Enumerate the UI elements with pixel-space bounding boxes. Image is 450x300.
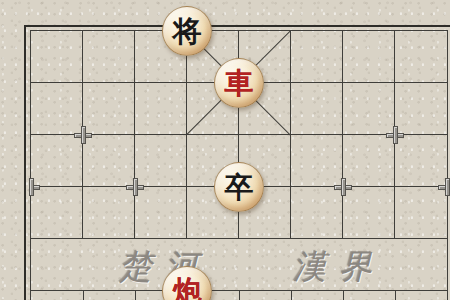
grid-cell [135,83,187,135]
star-point-marker [438,178,450,196]
xiangqi-board[interactable]: 楚河 漢界 将車卒炮 [0,0,450,300]
piece-black-general[interactable]: 将 [162,6,212,56]
board-outer-border-top [24,25,450,27]
grid-line-stub [83,291,84,300]
piece-red-chariot[interactable]: 車 [214,58,264,108]
piece-label: 将 [173,17,202,46]
grid-line-stub [291,291,292,300]
grid-line-stub [343,291,344,300]
river-label-han-jie: 漢界 [293,245,385,290]
star-point-marker [334,178,352,196]
piece-label: 卒 [225,173,254,202]
grid-line-stub [135,291,136,300]
star-point-marker [126,178,144,196]
board-outer-border-left [24,25,26,300]
piece-label: 車 [225,69,254,98]
grid-cell [291,31,343,83]
piece-black-soldier[interactable]: 卒 [214,162,264,212]
grid-cell [291,83,343,135]
river-band: 楚河 漢界 [30,239,448,291]
star-point-marker [22,178,40,196]
grid-cell [83,31,135,83]
star-point-marker [386,126,404,144]
grid-line-stub [395,291,396,300]
star-point-marker [74,126,92,144]
grid-cell [395,31,447,83]
grid-cell [343,31,395,83]
piece-label: 炮 [173,277,202,300]
grid-cell [31,31,83,83]
grid-line-stub [239,291,240,300]
